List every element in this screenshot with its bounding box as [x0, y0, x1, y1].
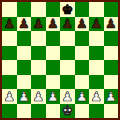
square-c6[interactable] [31, 31, 46, 46]
square-h3[interactable] [104, 75, 119, 90]
square-a1[interactable] [2, 104, 17, 119]
piece-white-king-e1[interactable]: ♚ [61, 104, 73, 117]
square-h5[interactable] [104, 46, 119, 61]
square-f6[interactable] [75, 31, 90, 46]
piece-black-pawn-g7[interactable]: ♟ [90, 17, 102, 30]
square-e8[interactable]: ♚ [60, 2, 75, 17]
square-b4[interactable] [17, 60, 32, 75]
square-c5[interactable] [31, 46, 46, 61]
square-h6[interactable] [104, 31, 119, 46]
square-g1[interactable] [89, 104, 104, 119]
piece-white-pawn-b2[interactable]: ♟ [18, 89, 30, 102]
piece-black-pawn-f7[interactable]: ♟ [76, 17, 88, 30]
square-d5[interactable] [46, 46, 61, 61]
square-h4[interactable] [104, 60, 119, 75]
square-f3[interactable] [75, 75, 90, 90]
piece-black-pawn-h7[interactable]: ♟ [105, 17, 117, 30]
piece-black-pawn-a7[interactable]: ♟ [3, 17, 15, 30]
square-c4[interactable] [31, 60, 46, 75]
square-b5[interactable] [17, 46, 32, 61]
square-d8[interactable] [46, 2, 61, 17]
piece-white-pawn-e2[interactable]: ♟ [61, 89, 73, 102]
square-e2[interactable]: ♟ [60, 89, 75, 104]
square-d6[interactable] [46, 31, 61, 46]
square-f8[interactable] [75, 2, 90, 17]
square-h2[interactable]: ♟ [104, 89, 119, 104]
square-b7[interactable]: ♟ [17, 17, 32, 32]
square-b6[interactable] [17, 31, 32, 46]
square-g2[interactable]: ♟ [89, 89, 104, 104]
piece-white-pawn-g2[interactable]: ♟ [90, 89, 102, 102]
square-a6[interactable] [2, 31, 17, 46]
square-e5[interactable] [60, 46, 75, 61]
square-c8[interactable] [31, 2, 46, 17]
square-e6[interactable] [60, 31, 75, 46]
square-c7[interactable]: ♟ [31, 17, 46, 32]
square-d7[interactable]: ♟ [46, 17, 61, 32]
square-e7[interactable]: ♟ [60, 17, 75, 32]
square-g4[interactable] [89, 60, 104, 75]
square-h8[interactable] [104, 2, 119, 17]
square-g6[interactable] [89, 31, 104, 46]
piece-black-pawn-e7[interactable]: ♟ [61, 17, 73, 30]
piece-black-pawn-c7[interactable]: ♟ [32, 17, 44, 30]
square-b2[interactable]: ♟ [17, 89, 32, 104]
piece-black-pawn-d7[interactable]: ♟ [47, 17, 59, 30]
square-a5[interactable] [2, 46, 17, 61]
square-c1[interactable] [31, 104, 46, 119]
square-a3[interactable] [2, 75, 17, 90]
square-a2[interactable]: ♟ [2, 89, 17, 104]
square-d1[interactable] [46, 104, 61, 119]
square-f1[interactable] [75, 104, 90, 119]
square-b8[interactable] [17, 2, 32, 17]
square-g5[interactable] [89, 46, 104, 61]
piece-white-pawn-c2[interactable]: ♟ [32, 89, 44, 102]
piece-white-pawn-f2[interactable]: ♟ [76, 89, 88, 102]
square-f5[interactable] [75, 46, 90, 61]
chess-board: ♚♟♟♟♟♟♟♟♟♟♟♟♟♟♟♟♟♚ [0, 0, 120, 120]
piece-black-king-e8[interactable]: ♚ [61, 2, 73, 15]
square-f7[interactable]: ♟ [75, 17, 90, 32]
piece-white-pawn-d2[interactable]: ♟ [47, 89, 59, 102]
piece-white-pawn-a2[interactable]: ♟ [3, 89, 15, 102]
square-c3[interactable] [31, 75, 46, 90]
square-f2[interactable]: ♟ [75, 89, 90, 104]
square-e3[interactable] [60, 75, 75, 90]
square-c2[interactable]: ♟ [31, 89, 46, 104]
square-g3[interactable] [89, 75, 104, 90]
square-d2[interactable]: ♟ [46, 89, 61, 104]
square-f4[interactable] [75, 60, 90, 75]
square-g7[interactable]: ♟ [89, 17, 104, 32]
square-h1[interactable] [104, 104, 119, 119]
square-g8[interactable] [89, 2, 104, 17]
piece-black-pawn-b7[interactable]: ♟ [18, 17, 30, 30]
square-a7[interactable]: ♟ [2, 17, 17, 32]
square-b1[interactable] [17, 104, 32, 119]
square-e1[interactable]: ♚ [60, 104, 75, 119]
square-d3[interactable] [46, 75, 61, 90]
square-b3[interactable] [17, 75, 32, 90]
square-e4[interactable] [60, 60, 75, 75]
square-d4[interactable] [46, 60, 61, 75]
square-a4[interactable] [2, 60, 17, 75]
piece-white-pawn-h2[interactable]: ♟ [105, 89, 117, 102]
square-a8[interactable] [2, 2, 17, 17]
square-h7[interactable]: ♟ [104, 17, 119, 32]
